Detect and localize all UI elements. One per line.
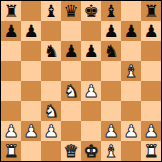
square-g7[interactable]: ♟	[121, 21, 141, 41]
square-e4[interactable]: ♟	[81, 81, 101, 101]
square-c3[interactable]: ♞	[41, 101, 61, 121]
square-b8[interactable]	[21, 1, 41, 21]
square-g2[interactable]: ♟	[121, 121, 141, 141]
square-a5[interactable]	[1, 61, 21, 81]
square-d7[interactable]	[61, 21, 81, 41]
piece-black-knight[interactable]: ♞	[43, 41, 58, 61]
square-c8[interactable]: ♝	[41, 1, 61, 21]
chess-board-wrapper: ♜♝♛♚♝♜♟♟♟♟♟♞♟♟♞♝♞♟♞♟♟♟♟♟♟♜♛♚♝♜	[0, 0, 162, 162]
piece-black-knight[interactable]: ♞	[103, 41, 118, 61]
square-f1[interactable]: ♝	[101, 141, 121, 161]
square-b1[interactable]	[21, 141, 41, 161]
square-e1[interactable]: ♚	[81, 141, 101, 161]
square-f2[interactable]: ♟	[101, 121, 121, 141]
square-f7[interactable]: ♟	[101, 21, 121, 41]
square-e5[interactable]	[81, 61, 101, 81]
piece-white-pawn[interactable]: ♟	[23, 121, 38, 141]
square-a8[interactable]: ♜	[1, 1, 21, 21]
piece-white-king[interactable]: ♚	[83, 141, 98, 161]
square-g5[interactable]: ♝	[121, 61, 141, 81]
piece-black-bishop[interactable]: ♝	[43, 1, 58, 21]
square-d8[interactable]: ♛	[61, 1, 81, 21]
square-c6[interactable]: ♞	[41, 41, 61, 61]
square-h4[interactable]	[141, 81, 161, 101]
square-c2[interactable]: ♟	[41, 121, 61, 141]
square-e3[interactable]	[81, 101, 101, 121]
square-d5[interactable]	[61, 61, 81, 81]
square-g4[interactable]	[121, 81, 141, 101]
square-e6[interactable]: ♟	[81, 41, 101, 61]
piece-white-pawn[interactable]: ♟	[123, 121, 138, 141]
square-d6[interactable]: ♟	[61, 41, 81, 61]
piece-black-pawn[interactable]: ♟	[143, 21, 158, 41]
piece-white-knight[interactable]: ♞	[63, 81, 78, 101]
square-a4[interactable]	[1, 81, 21, 101]
square-a6[interactable]	[1, 41, 21, 61]
piece-white-rook[interactable]: ♜	[3, 141, 18, 161]
piece-white-rook[interactable]: ♜	[143, 141, 158, 161]
piece-white-queen[interactable]: ♛	[63, 141, 78, 161]
square-d4[interactable]: ♞	[61, 81, 81, 101]
square-e8[interactable]: ♚	[81, 1, 101, 21]
square-c4[interactable]	[41, 81, 61, 101]
square-g6[interactable]	[121, 41, 141, 61]
square-h7[interactable]: ♟	[141, 21, 161, 41]
square-e2[interactable]	[81, 121, 101, 141]
piece-black-bishop[interactable]: ♝	[103, 1, 118, 21]
piece-black-rook[interactable]: ♜	[143, 1, 158, 21]
square-b3[interactable]	[21, 101, 41, 121]
piece-black-pawn[interactable]: ♟	[83, 41, 98, 61]
piece-white-pawn[interactable]: ♟	[143, 121, 158, 141]
square-g1[interactable]	[121, 141, 141, 161]
square-c5[interactable]	[41, 61, 61, 81]
piece-white-bishop[interactable]: ♝	[103, 141, 118, 161]
square-c7[interactable]	[41, 21, 61, 41]
square-f3[interactable]	[101, 101, 121, 121]
square-h8[interactable]: ♜	[141, 1, 161, 21]
piece-white-pawn[interactable]: ♟	[83, 81, 98, 101]
piece-white-pawn[interactable]: ♟	[43, 121, 58, 141]
square-h1[interactable]: ♜	[141, 141, 161, 161]
piece-black-pawn[interactable]: ♟	[103, 21, 118, 41]
square-b5[interactable]	[21, 61, 41, 81]
square-f8[interactable]: ♝	[101, 1, 121, 21]
square-a1[interactable]: ♜	[1, 141, 21, 161]
piece-black-king[interactable]: ♚	[83, 1, 98, 21]
square-d3[interactable]	[61, 101, 81, 121]
square-b4[interactable]	[21, 81, 41, 101]
piece-black-rook[interactable]: ♜	[3, 1, 18, 21]
square-h3[interactable]	[141, 101, 161, 121]
square-a3[interactable]	[1, 101, 21, 121]
square-b7[interactable]: ♟	[21, 21, 41, 41]
piece-black-pawn[interactable]: ♟	[63, 41, 78, 61]
square-h2[interactable]: ♟	[141, 121, 161, 141]
piece-white-pawn[interactable]: ♟	[103, 121, 118, 141]
square-d2[interactable]	[61, 121, 81, 141]
piece-black-pawn[interactable]: ♟	[23, 21, 38, 41]
piece-white-pawn[interactable]: ♟	[3, 121, 18, 141]
square-f5[interactable]	[101, 61, 121, 81]
square-d1[interactable]: ♛	[61, 141, 81, 161]
square-h5[interactable]	[141, 61, 161, 81]
square-b2[interactable]: ♟	[21, 121, 41, 141]
square-a2[interactable]: ♟	[1, 121, 21, 141]
chess-board: ♜♝♛♚♝♜♟♟♟♟♟♞♟♟♞♝♞♟♞♟♟♟♟♟♟♜♛♚♝♜	[0, 0, 162, 162]
square-f6[interactable]: ♞	[101, 41, 121, 61]
square-e7[interactable]	[81, 21, 101, 41]
square-f4[interactable]	[101, 81, 121, 101]
square-c1[interactable]	[41, 141, 61, 161]
square-g3[interactable]	[121, 101, 141, 121]
piece-black-pawn[interactable]: ♟	[3, 21, 18, 41]
piece-white-knight[interactable]: ♞	[43, 101, 58, 121]
square-a7[interactable]: ♟	[1, 21, 21, 41]
square-b6[interactable]	[21, 41, 41, 61]
piece-black-pawn[interactable]: ♟	[123, 21, 138, 41]
square-h6[interactable]	[141, 41, 161, 61]
square-g8[interactable]	[121, 1, 141, 21]
piece-white-bishop[interactable]: ♝	[123, 61, 138, 81]
piece-black-queen[interactable]: ♛	[63, 1, 78, 21]
